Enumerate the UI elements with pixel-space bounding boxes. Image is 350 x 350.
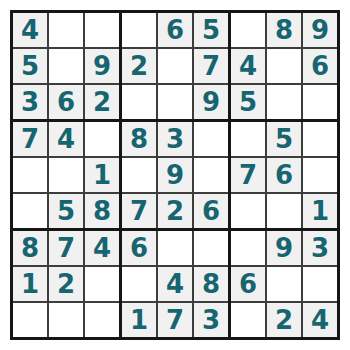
box-0-2: 89465 [231, 13, 337, 119]
cell-r6c5: 2 [158, 194, 192, 228]
cell-r8c3[interactable] [85, 267, 119, 301]
cell-r4c6[interactable] [194, 122, 228, 156]
cell-r6c1[interactable] [13, 194, 47, 228]
cell-r3c2: 6 [49, 85, 83, 119]
cell-r5c8: 6 [267, 158, 301, 192]
cell-r1c2[interactable] [49, 13, 83, 47]
cell-r8c9[interactable] [303, 267, 337, 301]
cell-r7c3: 4 [85, 231, 119, 265]
cell-r7c2: 7 [49, 231, 83, 265]
cell-r6c8[interactable] [267, 194, 301, 228]
cell-r7c8: 9 [267, 231, 301, 265]
cell-r4c9[interactable] [303, 122, 337, 156]
box-2-2: 93624 [231, 231, 337, 337]
cell-r2c5[interactable] [158, 49, 192, 83]
cell-r1c3[interactable] [85, 13, 119, 47]
box-1-0: 74158 [13, 122, 119, 228]
cell-r7c7[interactable] [231, 231, 265, 265]
cell-r5c3: 1 [85, 158, 119, 192]
cell-r5c9[interactable] [303, 158, 337, 192]
cell-r3c8[interactable] [267, 85, 301, 119]
cell-r1c4[interactable] [122, 13, 156, 47]
cell-r5c4[interactable] [122, 158, 156, 192]
cell-r8c2: 2 [49, 267, 83, 301]
cell-r2c8[interactable] [267, 49, 301, 83]
cell-r1c5: 6 [158, 13, 192, 47]
cell-r6c9: 1 [303, 194, 337, 228]
cell-r3c3: 2 [85, 85, 119, 119]
box-2-1: 648173 [122, 231, 228, 337]
cell-r9c4: 1 [122, 303, 156, 337]
cell-r2c3: 9 [85, 49, 119, 83]
cell-r9c6: 3 [194, 303, 228, 337]
box-0-0: 459362 [13, 13, 119, 119]
cell-r6c2: 5 [49, 194, 83, 228]
cell-r4c1: 7 [13, 122, 47, 156]
cell-r6c7[interactable] [231, 194, 265, 228]
cell-r6c6: 6 [194, 194, 228, 228]
box-1-1: 839726 [122, 122, 228, 228]
cell-r4c2: 4 [49, 122, 83, 156]
box-0-1: 65279 [122, 13, 228, 119]
cell-r4c7[interactable] [231, 122, 265, 156]
cell-r7c4: 6 [122, 231, 156, 265]
cell-r3c4[interactable] [122, 85, 156, 119]
cell-r7c5[interactable] [158, 231, 192, 265]
cell-r4c5: 3 [158, 122, 192, 156]
cell-r9c8: 2 [267, 303, 301, 337]
cell-r1c8: 8 [267, 13, 301, 47]
cell-r6c3: 8 [85, 194, 119, 228]
page: 4593626527989465741588397265761874126481… [0, 0, 350, 350]
cell-r5c2[interactable] [49, 158, 83, 192]
cell-r5c1[interactable] [13, 158, 47, 192]
box-1-2: 5761 [231, 122, 337, 228]
cell-r3c9[interactable] [303, 85, 337, 119]
cell-r8c5: 4 [158, 267, 192, 301]
cell-r2c9: 6 [303, 49, 337, 83]
cell-r1c1: 4 [13, 13, 47, 47]
cell-r5c5: 9 [158, 158, 192, 192]
cell-r9c1[interactable] [13, 303, 47, 337]
cell-r9c5: 7 [158, 303, 192, 337]
cell-r3c5[interactable] [158, 85, 192, 119]
cell-r9c7[interactable] [231, 303, 265, 337]
cell-r8c1: 1 [13, 267, 47, 301]
sudoku-board: 4593626527989465741588397265761874126481… [10, 10, 340, 340]
cell-r7c1: 8 [13, 231, 47, 265]
cell-r2c6: 7 [194, 49, 228, 83]
cell-r1c7[interactable] [231, 13, 265, 47]
cell-r7c6[interactable] [194, 231, 228, 265]
cell-r8c4[interactable] [122, 267, 156, 301]
cell-r8c7: 6 [231, 267, 265, 301]
cell-r8c6: 8 [194, 267, 228, 301]
cell-r4c4: 8 [122, 122, 156, 156]
cell-r3c6: 9 [194, 85, 228, 119]
cell-r4c8: 5 [267, 122, 301, 156]
cell-r6c4: 7 [122, 194, 156, 228]
box-2-0: 87412 [13, 231, 119, 337]
cell-r1c9: 9 [303, 13, 337, 47]
cell-r9c3[interactable] [85, 303, 119, 337]
cell-r2c7: 4 [231, 49, 265, 83]
cell-r1c6: 5 [194, 13, 228, 47]
cell-r3c7: 5 [231, 85, 265, 119]
cell-r2c4: 2 [122, 49, 156, 83]
cell-r5c6[interactable] [194, 158, 228, 192]
cell-r8c8[interactable] [267, 267, 301, 301]
cell-r2c2[interactable] [49, 49, 83, 83]
cell-r2c1: 5 [13, 49, 47, 83]
cell-r7c9: 3 [303, 231, 337, 265]
cell-r5c7: 7 [231, 158, 265, 192]
cell-r3c1: 3 [13, 85, 47, 119]
cell-r9c2[interactable] [49, 303, 83, 337]
cell-r4c3[interactable] [85, 122, 119, 156]
cell-r9c9: 4 [303, 303, 337, 337]
